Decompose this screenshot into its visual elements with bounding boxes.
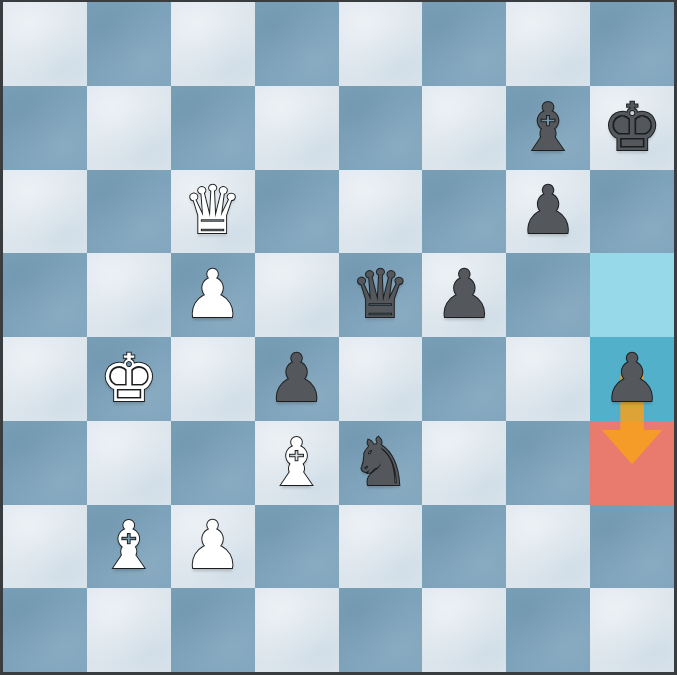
square-e2[interactable] (339, 505, 423, 589)
square-c2[interactable]: ♟ (171, 505, 255, 589)
square-f7[interactable] (422, 86, 506, 170)
square-b4[interactable]: ♚ (87, 337, 171, 421)
square-e6[interactable] (339, 170, 423, 254)
square-f4[interactable] (422, 337, 506, 421)
square-h4[interactable]: ♟ (590, 337, 674, 421)
square-b3[interactable] (87, 421, 171, 505)
square-d2[interactable] (255, 505, 339, 589)
square-e1[interactable] (339, 588, 423, 672)
square-f5[interactable]: ♟ (422, 253, 506, 337)
square-h6[interactable] (590, 170, 674, 254)
square-a7[interactable] (3, 86, 87, 170)
square-h7[interactable]: ♚ (590, 86, 674, 170)
square-a6[interactable] (3, 170, 87, 254)
square-g6[interactable]: ♟ (506, 170, 590, 254)
square-b6[interactable] (87, 170, 171, 254)
black-queen[interactable]: ♛ (351, 262, 410, 328)
square-a1[interactable] (3, 588, 87, 672)
square-h2[interactable] (590, 505, 674, 589)
chess-board: ♝♚♛♟♟♛♟♚♟♟♝♞♝♟ (3, 2, 674, 672)
square-c1[interactable] (171, 588, 255, 672)
square-e7[interactable] (339, 86, 423, 170)
board-frame: ♝♚♛♟♟♛♟♚♟♟♝♞♝♟ (0, 0, 677, 675)
square-g2[interactable] (506, 505, 590, 589)
black-pawn[interactable]: ♟ (602, 346, 661, 412)
black-pawn[interactable]: ♟ (435, 262, 494, 328)
square-g3[interactable] (506, 421, 590, 505)
black-knight[interactable]: ♞ (351, 430, 410, 496)
white-bishop[interactable]: ♝ (99, 513, 158, 579)
square-d4[interactable]: ♟ (255, 337, 339, 421)
square-f6[interactable] (422, 170, 506, 254)
square-c7[interactable] (171, 86, 255, 170)
square-a4[interactable] (3, 337, 87, 421)
black-pawn[interactable]: ♟ (519, 178, 578, 244)
square-a3[interactable] (3, 421, 87, 505)
black-king[interactable]: ♚ (602, 95, 661, 161)
square-a8[interactable] (3, 2, 87, 86)
square-h8[interactable] (590, 2, 674, 86)
square-b1[interactable] (87, 588, 171, 672)
square-c6[interactable]: ♛ (171, 170, 255, 254)
square-f3[interactable] (422, 421, 506, 505)
white-bishop[interactable]: ♝ (267, 430, 326, 496)
square-e5[interactable]: ♛ (339, 253, 423, 337)
square-h5[interactable] (590, 253, 674, 337)
square-b5[interactable] (87, 253, 171, 337)
square-b7[interactable] (87, 86, 171, 170)
square-g1[interactable] (506, 588, 590, 672)
square-c4[interactable] (171, 337, 255, 421)
square-f2[interactable] (422, 505, 506, 589)
square-e3[interactable]: ♞ (339, 421, 423, 505)
white-king[interactable]: ♚ (99, 346, 158, 412)
square-c3[interactable] (171, 421, 255, 505)
square-b2[interactable]: ♝ (87, 505, 171, 589)
square-e8[interactable] (339, 2, 423, 86)
square-d3[interactable]: ♝ (255, 421, 339, 505)
white-pawn[interactable]: ♟ (183, 513, 242, 579)
white-queen[interactable]: ♛ (183, 178, 242, 244)
square-d8[interactable] (255, 2, 339, 86)
square-g7[interactable]: ♝ (506, 86, 590, 170)
square-c8[interactable] (171, 2, 255, 86)
square-d5[interactable] (255, 253, 339, 337)
square-f8[interactable] (422, 2, 506, 86)
square-f1[interactable] (422, 588, 506, 672)
square-h3[interactable] (590, 421, 674, 505)
square-a2[interactable] (3, 505, 87, 589)
square-d1[interactable] (255, 588, 339, 672)
black-pawn[interactable]: ♟ (267, 346, 326, 412)
black-bishop[interactable]: ♝ (519, 95, 578, 161)
square-c5[interactable]: ♟ (171, 253, 255, 337)
square-a5[interactable] (3, 253, 87, 337)
square-g5[interactable] (506, 253, 590, 337)
square-g4[interactable] (506, 337, 590, 421)
square-g8[interactable] (506, 2, 590, 86)
white-pawn[interactable]: ♟ (183, 262, 242, 328)
square-h1[interactable] (590, 588, 674, 672)
square-d6[interactable] (255, 170, 339, 254)
square-e4[interactable] (339, 337, 423, 421)
square-b8[interactable] (87, 2, 171, 86)
square-d7[interactable] (255, 86, 339, 170)
